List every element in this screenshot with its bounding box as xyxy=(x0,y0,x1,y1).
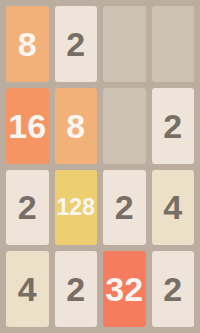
tile-2: 2 xyxy=(55,251,98,327)
tile-2: 2 xyxy=(152,251,195,327)
empty-cell xyxy=(103,88,146,164)
tile-8: 8 xyxy=(6,6,49,82)
tile-128: 128 xyxy=(55,170,98,246)
tile-4: 4 xyxy=(6,251,49,327)
tile-32: 32 xyxy=(103,251,146,327)
tile-2: 2 xyxy=(152,88,195,164)
tile-8: 8 xyxy=(55,88,98,164)
tile-2: 2 xyxy=(6,170,49,246)
tile-2: 2 xyxy=(103,170,146,246)
empty-cell xyxy=(103,6,146,82)
empty-cell xyxy=(152,6,195,82)
tile-16: 16 xyxy=(6,88,49,164)
2048-board[interactable]: 82168221282442322 xyxy=(0,0,200,333)
tile-2: 2 xyxy=(55,6,98,82)
tile-4: 4 xyxy=(152,170,195,246)
